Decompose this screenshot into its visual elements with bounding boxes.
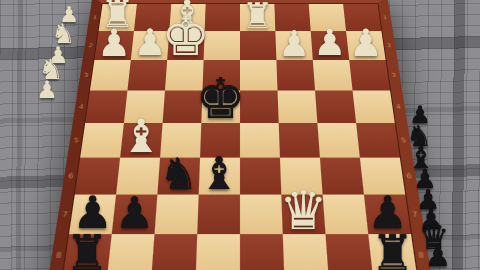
square-h5[interactable] (80, 123, 124, 158)
rank-label-left-8: 8 (52, 252, 65, 260)
square-g8[interactable] (107, 234, 154, 270)
square-f8[interactable] (151, 234, 197, 270)
piece-wP-c2[interactable]: ♟ (278, 26, 310, 62)
square-d6[interactable] (240, 158, 281, 195)
rank-label-right-2: 2 (384, 43, 395, 48)
piece-bR-a8[interactable]: ♜ (371, 230, 415, 270)
piece-wQ-c7[interactable]: ♛ (279, 184, 327, 238)
square-a4[interactable] (353, 91, 395, 123)
piece-wB-g5[interactable]: ♝ (121, 114, 162, 160)
piece-bB-e6[interactable]: ♝ (199, 152, 239, 197)
square-c5[interactable] (279, 123, 320, 158)
rank-label-left-2: 2 (85, 43, 96, 48)
piece-wP-h2[interactable]: ♟ (97, 25, 131, 63)
square-b7[interactable] (323, 195, 369, 235)
square-d7[interactable] (240, 195, 283, 235)
square-b4[interactable] (315, 91, 356, 123)
square-c4[interactable] (278, 91, 318, 123)
rank-label-left-4: 4 (76, 104, 87, 110)
rank-label-right-7: 7 (409, 211, 422, 218)
square-d8[interactable] (240, 234, 284, 270)
rank-label-left-7: 7 (59, 211, 72, 218)
square-d5[interactable] (240, 123, 280, 158)
rank-label-left-5: 5 (70, 138, 82, 145)
piece-bK-e4[interactable]: ♚ (195, 71, 245, 127)
square-c3[interactable] (276, 60, 315, 91)
square-e8[interactable] (196, 234, 240, 270)
square-b5[interactable] (317, 123, 359, 158)
piece-wP-b2[interactable]: ♟ (314, 25, 347, 62)
square-e7[interactable] (197, 195, 240, 235)
chess-app-screen: 1122334455667788 ♜♝♜♟♟♚♟♟♟♚♝♞♝♟♟♛♟♜♜ ♟♞♟… (0, 0, 480, 270)
piece-wP-a2[interactable]: ♟ (349, 25, 383, 63)
rank-label-left-6: 6 (65, 173, 77, 180)
square-b3[interactable] (313, 60, 353, 91)
piece-bP-g7[interactable]: ♟ (115, 192, 154, 235)
rank-label-right-8: 8 (415, 252, 428, 260)
piece-bN-f6[interactable]: ♞ (159, 153, 198, 197)
rank-label-left-3: 3 (81, 73, 92, 79)
piece-bR-h8[interactable]: ♜ (65, 230, 109, 270)
piece-wK-f2[interactable]: ♚ (162, 10, 211, 64)
rank-label-right-3: 3 (389, 73, 400, 79)
rank-label-right-6: 6 (403, 173, 415, 180)
piece-wR-d1[interactable]: ♜ (242, 0, 274, 33)
rank-label-right-5: 5 (398, 138, 410, 145)
rank-label-right-4: 4 (393, 104, 404, 110)
square-a5[interactable] (356, 123, 400, 158)
square-b8[interactable] (326, 234, 373, 270)
square-f7[interactable] (154, 195, 198, 235)
square-d4[interactable] (240, 91, 279, 123)
